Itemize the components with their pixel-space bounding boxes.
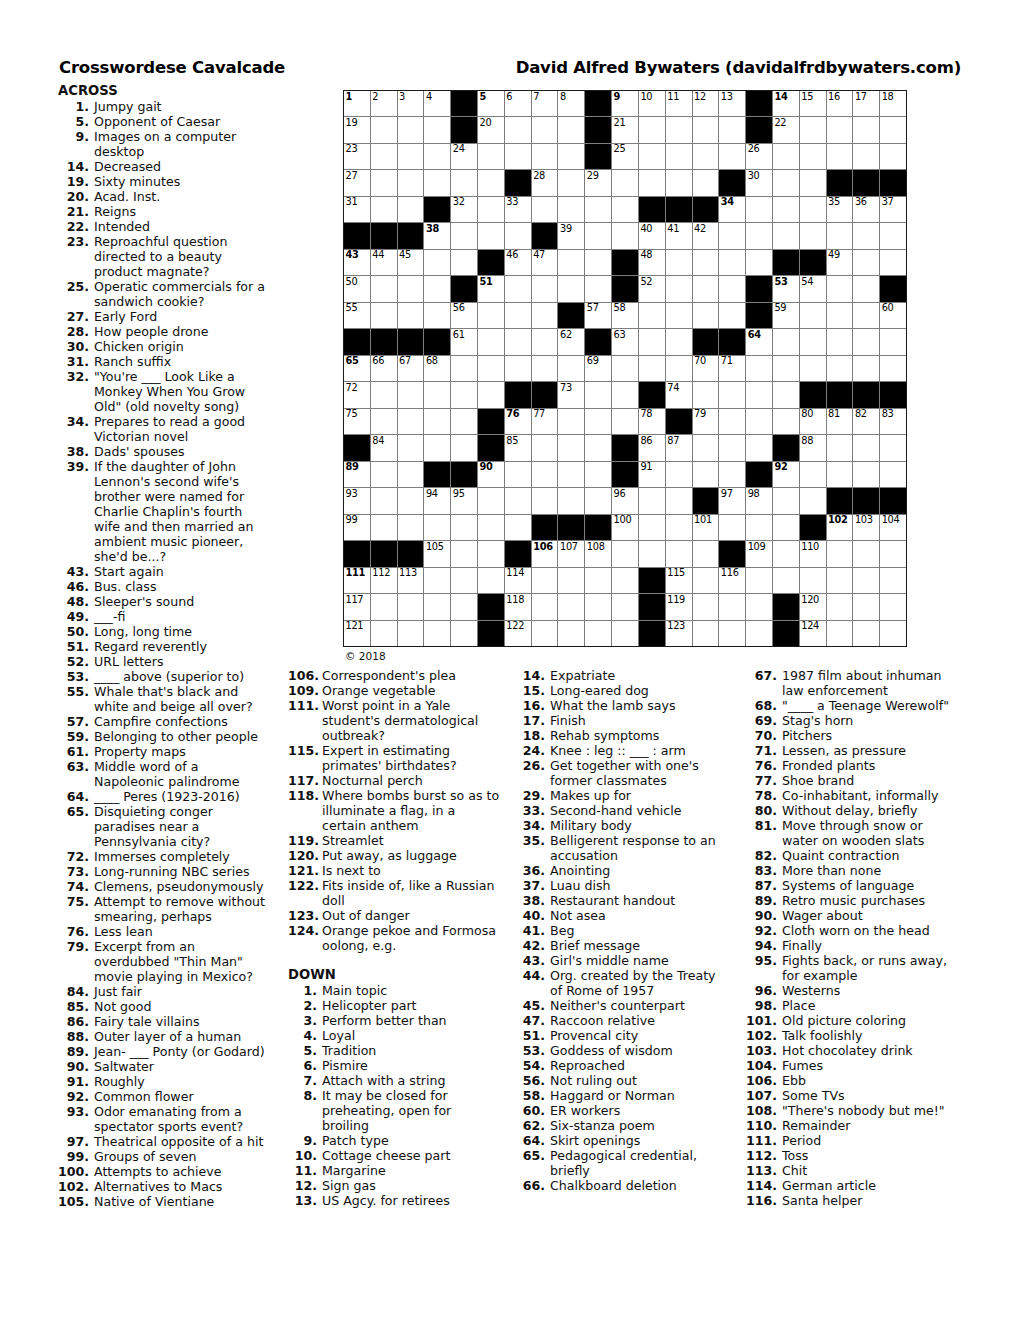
grid-cell[interactable] — [505, 223, 531, 248]
grid-cell[interactable]: 4 — [424, 91, 450, 116]
grid-cell[interactable] — [827, 303, 853, 328]
grid-cell[interactable]: 46 — [505, 250, 531, 275]
grid-cell[interactable] — [451, 568, 477, 593]
grid-cell[interactable]: 83 — [880, 409, 906, 434]
grid-cell[interactable]: 52 — [639, 276, 665, 301]
grid-cell[interactable]: 71 — [719, 356, 745, 381]
grid-cell[interactable] — [773, 197, 799, 222]
grid-cell[interactable] — [853, 568, 879, 593]
grid-cell[interactable] — [827, 329, 853, 354]
grid-cell[interactable]: 34 — [719, 197, 745, 222]
grid-cell[interactable]: 13 — [719, 91, 745, 116]
grid-cell[interactable]: 30 — [746, 170, 772, 195]
grid-cell[interactable]: 57 — [585, 303, 611, 328]
grid-cell[interactable] — [800, 329, 826, 354]
grid-cell[interactable] — [478, 303, 504, 328]
grid-cell[interactable] — [853, 594, 879, 619]
grid-cell[interactable] — [827, 117, 853, 142]
grid-cell[interactable]: 1 — [344, 91, 370, 116]
grid-cell[interactable] — [558, 594, 584, 619]
grid-cell[interactable]: 87 — [666, 435, 692, 460]
grid-cell[interactable] — [558, 197, 584, 222]
grid-cell[interactable] — [612, 594, 638, 619]
grid-cell[interactable] — [666, 541, 692, 566]
grid-cell[interactable] — [666, 462, 692, 487]
grid-cell[interactable] — [880, 144, 906, 169]
grid-cell[interactable] — [639, 356, 665, 381]
grid-cell[interactable] — [880, 329, 906, 354]
grid-cell[interactable] — [478, 197, 504, 222]
grid-cell[interactable] — [424, 435, 450, 460]
grid-cell[interactable]: 38 — [424, 223, 450, 248]
grid-cell[interactable] — [853, 541, 879, 566]
grid-cell[interactable] — [478, 329, 504, 354]
grid-cell[interactable] — [558, 276, 584, 301]
grid-cell[interactable]: 105 — [424, 541, 450, 566]
grid-cell[interactable] — [398, 276, 424, 301]
grid-cell[interactable] — [639, 488, 665, 513]
grid-cell[interactable] — [585, 568, 611, 593]
grid-cell[interactable] — [424, 303, 450, 328]
grid-cell[interactable]: 62 — [558, 329, 584, 354]
grid-cell[interactable] — [853, 462, 879, 487]
grid-cell[interactable]: 36 — [853, 197, 879, 222]
grid-cell[interactable] — [746, 223, 772, 248]
grid-cell[interactable] — [827, 435, 853, 460]
grid-cell[interactable] — [371, 117, 397, 142]
grid-cell[interactable]: 77 — [532, 409, 558, 434]
grid-cell[interactable] — [693, 462, 719, 487]
grid-cell[interactable] — [398, 435, 424, 460]
grid-cell[interactable] — [612, 621, 638, 646]
grid-cell[interactable] — [505, 488, 531, 513]
grid-cell[interactable] — [666, 515, 692, 540]
grid-cell[interactable] — [585, 382, 611, 407]
grid-cell[interactable] — [532, 197, 558, 222]
grid-cell[interactable]: 66 — [371, 356, 397, 381]
grid-cell[interactable]: 56 — [451, 303, 477, 328]
grid-cell[interactable] — [424, 117, 450, 142]
grid-cell[interactable] — [451, 170, 477, 195]
grid-cell[interactable] — [693, 541, 719, 566]
grid-cell[interactable] — [478, 488, 504, 513]
grid-cell[interactable] — [558, 621, 584, 646]
grid-cell[interactable]: 61 — [451, 329, 477, 354]
grid-cell[interactable]: 21 — [612, 117, 638, 142]
grid-cell[interactable] — [827, 621, 853, 646]
grid-cell[interactable] — [558, 409, 584, 434]
grid-cell[interactable] — [719, 515, 745, 540]
grid-cell[interactable] — [424, 594, 450, 619]
grid-cell[interactable] — [398, 170, 424, 195]
grid-cell[interactable] — [451, 594, 477, 619]
grid-cell[interactable] — [639, 170, 665, 195]
grid-cell[interactable] — [505, 329, 531, 354]
grid-cell[interactable] — [746, 409, 772, 434]
grid-cell[interactable] — [719, 409, 745, 434]
grid-cell[interactable]: 44 — [371, 250, 397, 275]
grid-cell[interactable] — [719, 250, 745, 275]
grid-cell[interactable] — [451, 382, 477, 407]
grid-cell[interactable] — [424, 409, 450, 434]
grid-cell[interactable] — [451, 621, 477, 646]
grid-cell[interactable]: 100 — [612, 515, 638, 540]
grid-cell[interactable] — [371, 462, 397, 487]
grid-cell[interactable] — [532, 621, 558, 646]
grid-cell[interactable]: 2 — [371, 91, 397, 116]
grid-cell[interactable]: 20 — [478, 117, 504, 142]
grid-cell[interactable] — [612, 356, 638, 381]
grid-cell[interactable] — [612, 568, 638, 593]
grid-cell[interactable]: 63 — [612, 329, 638, 354]
grid-cell[interactable] — [371, 197, 397, 222]
grid-cell[interactable] — [639, 144, 665, 169]
grid-cell[interactable]: 25 — [612, 144, 638, 169]
grid-cell[interactable] — [800, 170, 826, 195]
grid-cell[interactable] — [693, 117, 719, 142]
grid-cell[interactable] — [424, 276, 450, 301]
grid-cell[interactable]: 65 — [344, 356, 370, 381]
grid-cell[interactable] — [773, 515, 799, 540]
grid-cell[interactable] — [719, 435, 745, 460]
grid-cell[interactable] — [585, 621, 611, 646]
grid-cell[interactable] — [612, 541, 638, 566]
grid-cell[interactable] — [639, 117, 665, 142]
grid-cell[interactable] — [532, 594, 558, 619]
grid-cell[interactable] — [371, 303, 397, 328]
grid-cell[interactable]: 33 — [505, 197, 531, 222]
grid-cell[interactable] — [558, 144, 584, 169]
grid-cell[interactable] — [558, 568, 584, 593]
grid-cell[interactable]: 92 — [773, 462, 799, 487]
grid-cell[interactable] — [746, 594, 772, 619]
grid-cell[interactable] — [558, 435, 584, 460]
grid-cell[interactable] — [532, 568, 558, 593]
grid-cell[interactable]: 9 — [612, 91, 638, 116]
grid-cell[interactable]: 55 — [344, 303, 370, 328]
grid-cell[interactable] — [800, 356, 826, 381]
grid-cell[interactable]: 122 — [505, 621, 531, 646]
grid-cell[interactable]: 24 — [451, 144, 477, 169]
grid-cell[interactable] — [746, 250, 772, 275]
grid-cell[interactable] — [585, 435, 611, 460]
grid-cell[interactable]: 28 — [532, 170, 558, 195]
grid-cell[interactable]: 48 — [639, 250, 665, 275]
grid-cell[interactable] — [880, 250, 906, 275]
grid-cell[interactable] — [800, 303, 826, 328]
grid-cell[interactable] — [827, 594, 853, 619]
grid-cell[interactable]: 114 — [505, 568, 531, 593]
grid-cell[interactable] — [478, 144, 504, 169]
grid-cell[interactable] — [666, 276, 692, 301]
grid-cell[interactable] — [693, 144, 719, 169]
grid-cell[interactable] — [746, 197, 772, 222]
grid-cell[interactable] — [693, 568, 719, 593]
grid-cell[interactable]: 7 — [532, 91, 558, 116]
grid-cell[interactable]: 110 — [800, 541, 826, 566]
grid-cell[interactable]: 16 — [827, 91, 853, 116]
grid-cell[interactable] — [398, 382, 424, 407]
grid-cell[interactable] — [451, 435, 477, 460]
grid-cell[interactable] — [773, 382, 799, 407]
grid-cell[interactable] — [666, 329, 692, 354]
grid-cell[interactable]: 107 — [558, 541, 584, 566]
grid-cell[interactable] — [719, 276, 745, 301]
grid-cell[interactable] — [478, 356, 504, 381]
grid-cell[interactable]: 108 — [585, 541, 611, 566]
grid-cell[interactable] — [746, 568, 772, 593]
grid-cell[interactable] — [371, 276, 397, 301]
grid-cell[interactable] — [853, 329, 879, 354]
grid-cell[interactable]: 97 — [719, 488, 745, 513]
grid-cell[interactable] — [478, 541, 504, 566]
grid-cell[interactable]: 42 — [693, 223, 719, 248]
grid-cell[interactable] — [800, 568, 826, 593]
grid-cell[interactable]: 113 — [398, 568, 424, 593]
grid-cell[interactable]: 123 — [666, 621, 692, 646]
grid-cell[interactable]: 31 — [344, 197, 370, 222]
grid-cell[interactable]: 18 — [880, 91, 906, 116]
grid-cell[interactable] — [585, 462, 611, 487]
grid-cell[interactable] — [666, 250, 692, 275]
grid-cell[interactable] — [558, 462, 584, 487]
grid-cell[interactable] — [719, 621, 745, 646]
grid-cell[interactable]: 3 — [398, 91, 424, 116]
grid-cell[interactable] — [773, 329, 799, 354]
grid-cell[interactable] — [666, 117, 692, 142]
grid-cell[interactable] — [773, 568, 799, 593]
grid-cell[interactable] — [398, 197, 424, 222]
grid-cell[interactable] — [585, 409, 611, 434]
grid-cell[interactable]: 64 — [746, 329, 772, 354]
grid-cell[interactable] — [639, 515, 665, 540]
grid-cell[interactable]: 14 — [773, 91, 799, 116]
grid-cell[interactable]: 109 — [746, 541, 772, 566]
grid-cell[interactable]: 27 — [344, 170, 370, 195]
grid-cell[interactable] — [451, 356, 477, 381]
grid-cell[interactable] — [558, 170, 584, 195]
grid-cell[interactable]: 51 — [478, 276, 504, 301]
grid-cell[interactable]: 47 — [532, 250, 558, 275]
grid-cell[interactable] — [371, 515, 397, 540]
grid-cell[interactable] — [585, 250, 611, 275]
grid-cell[interactable] — [398, 488, 424, 513]
grid-cell[interactable] — [532, 276, 558, 301]
grid-cell[interactable]: 106 — [532, 541, 558, 566]
grid-cell[interactable]: 75 — [344, 409, 370, 434]
grid-cell[interactable] — [693, 594, 719, 619]
grid-cell[interactable]: 117 — [344, 594, 370, 619]
grid-cell[interactable]: 88 — [800, 435, 826, 460]
grid-cell[interactable] — [853, 276, 879, 301]
grid-cell[interactable] — [853, 250, 879, 275]
grid-cell[interactable] — [853, 223, 879, 248]
grid-cell[interactable]: 78 — [639, 409, 665, 434]
grid-cell[interactable] — [853, 303, 879, 328]
grid-cell[interactable] — [371, 621, 397, 646]
grid-cell[interactable]: 81 — [827, 409, 853, 434]
grid-cell[interactable] — [451, 250, 477, 275]
grid-cell[interactable] — [827, 356, 853, 381]
grid-cell[interactable]: 93 — [344, 488, 370, 513]
grid-cell[interactable] — [505, 303, 531, 328]
grid-cell[interactable] — [639, 303, 665, 328]
grid-cell[interactable]: 102 — [827, 515, 853, 540]
grid-cell[interactable]: 74 — [666, 382, 692, 407]
grid-cell[interactable]: 37 — [880, 197, 906, 222]
grid-cell[interactable]: 50 — [344, 276, 370, 301]
grid-cell[interactable] — [853, 117, 879, 142]
grid-cell[interactable]: 23 — [344, 144, 370, 169]
grid-cell[interactable]: 29 — [585, 170, 611, 195]
grid-cell[interactable] — [773, 356, 799, 381]
grid-cell[interactable] — [827, 276, 853, 301]
grid-cell[interactable]: 89 — [344, 462, 370, 487]
grid-cell[interactable]: 119 — [666, 594, 692, 619]
grid-cell[interactable] — [746, 515, 772, 540]
grid-cell[interactable] — [585, 197, 611, 222]
grid-cell[interactable] — [398, 303, 424, 328]
grid-cell[interactable]: 32 — [451, 197, 477, 222]
grid-cell[interactable] — [719, 594, 745, 619]
grid-cell[interactable]: 112 — [371, 568, 397, 593]
grid-cell[interactable] — [880, 568, 906, 593]
grid-cell[interactable]: 85 — [505, 435, 531, 460]
grid-cell[interactable] — [371, 144, 397, 169]
grid-cell[interactable] — [424, 170, 450, 195]
grid-cell[interactable] — [505, 117, 531, 142]
grid-cell[interactable]: 15 — [800, 91, 826, 116]
grid-cell[interactable] — [773, 170, 799, 195]
grid-cell[interactable] — [451, 515, 477, 540]
grid-cell[interactable] — [719, 144, 745, 169]
grid-cell[interactable] — [800, 144, 826, 169]
grid-cell[interactable] — [371, 409, 397, 434]
grid-cell[interactable]: 104 — [880, 515, 906, 540]
grid-cell[interactable] — [746, 382, 772, 407]
grid-cell[interactable] — [451, 409, 477, 434]
grid-cell[interactable]: 41 — [666, 223, 692, 248]
grid-cell[interactable] — [827, 462, 853, 487]
crossword-grid[interactable]: 1234567891011121314151617181920212223242… — [343, 90, 907, 647]
grid-cell[interactable]: 116 — [719, 568, 745, 593]
grid-cell[interactable] — [478, 223, 504, 248]
grid-cell[interactable] — [371, 488, 397, 513]
grid-cell[interactable] — [666, 303, 692, 328]
grid-cell[interactable]: 80 — [800, 409, 826, 434]
grid-cell[interactable]: 91 — [639, 462, 665, 487]
grid-cell[interactable] — [612, 409, 638, 434]
grid-cell[interactable] — [371, 594, 397, 619]
grid-cell[interactable] — [719, 382, 745, 407]
grid-cell[interactable]: 12 — [693, 91, 719, 116]
grid-cell[interactable]: 70 — [693, 356, 719, 381]
grid-cell[interactable] — [853, 435, 879, 460]
grid-cell[interactable] — [800, 488, 826, 513]
grid-cell[interactable] — [827, 223, 853, 248]
grid-cell[interactable] — [505, 515, 531, 540]
grid-cell[interactable] — [558, 488, 584, 513]
grid-cell[interactable]: 73 — [558, 382, 584, 407]
grid-cell[interactable] — [880, 621, 906, 646]
grid-cell[interactable] — [478, 515, 504, 540]
grid-cell[interactable] — [666, 356, 692, 381]
grid-cell[interactable] — [880, 117, 906, 142]
grid-cell[interactable] — [773, 541, 799, 566]
grid-cell[interactable] — [719, 462, 745, 487]
grid-cell[interactable] — [585, 276, 611, 301]
grid-cell[interactable] — [424, 515, 450, 540]
grid-cell[interactable]: 86 — [639, 435, 665, 460]
grid-cell[interactable]: 79 — [693, 409, 719, 434]
grid-cell[interactable] — [424, 144, 450, 169]
grid-cell[interactable] — [719, 303, 745, 328]
grid-cell[interactable]: 118 — [505, 594, 531, 619]
grid-cell[interactable]: 121 — [344, 621, 370, 646]
grid-cell[interactable] — [612, 223, 638, 248]
grid-cell[interactable]: 40 — [639, 223, 665, 248]
grid-cell[interactable] — [398, 144, 424, 169]
grid-cell[interactable]: 17 — [853, 91, 879, 116]
grid-cell[interactable] — [880, 356, 906, 381]
grid-cell[interactable] — [773, 223, 799, 248]
grid-cell[interactable]: 69 — [585, 356, 611, 381]
grid-cell[interactable]: 43 — [344, 250, 370, 275]
grid-cell[interactable] — [612, 382, 638, 407]
grid-cell[interactable] — [398, 117, 424, 142]
grid-cell[interactable] — [585, 223, 611, 248]
grid-cell[interactable]: 68 — [424, 356, 450, 381]
grid-cell[interactable] — [827, 541, 853, 566]
grid-cell[interactable]: 120 — [800, 594, 826, 619]
grid-cell[interactable]: 101 — [693, 515, 719, 540]
grid-cell[interactable]: 10 — [639, 91, 665, 116]
grid-cell[interactable] — [424, 250, 450, 275]
grid-cell[interactable] — [532, 329, 558, 354]
grid-cell[interactable]: 98 — [746, 488, 772, 513]
grid-cell[interactable] — [532, 117, 558, 142]
grid-cell[interactable] — [532, 144, 558, 169]
grid-cell[interactable]: 49 — [827, 250, 853, 275]
grid-cell[interactable]: 115 — [666, 568, 692, 593]
grid-cell[interactable] — [505, 356, 531, 381]
grid-cell[interactable] — [505, 462, 531, 487]
grid-cell[interactable]: 58 — [612, 303, 638, 328]
grid-cell[interactable]: 60 — [880, 303, 906, 328]
grid-cell[interactable] — [639, 329, 665, 354]
grid-cell[interactable] — [478, 568, 504, 593]
grid-cell[interactable]: 124 — [800, 621, 826, 646]
grid-cell[interactable] — [398, 621, 424, 646]
grid-cell[interactable]: 54 — [800, 276, 826, 301]
grid-cell[interactable] — [666, 170, 692, 195]
grid-cell[interactable] — [424, 382, 450, 407]
grid-cell[interactable] — [693, 276, 719, 301]
grid-cell[interactable] — [827, 144, 853, 169]
grid-cell[interactable]: 90 — [478, 462, 504, 487]
grid-cell[interactable] — [800, 197, 826, 222]
grid-cell[interactable] — [880, 541, 906, 566]
grid-cell[interactable]: 96 — [612, 488, 638, 513]
grid-cell[interactable] — [532, 303, 558, 328]
grid-cell[interactable]: 59 — [773, 303, 799, 328]
grid-cell[interactable] — [612, 197, 638, 222]
grid-cell[interactable] — [666, 488, 692, 513]
grid-cell[interactable] — [478, 382, 504, 407]
grid-cell[interactable] — [558, 117, 584, 142]
grid-cell[interactable] — [666, 144, 692, 169]
grid-cell[interactable] — [773, 409, 799, 434]
